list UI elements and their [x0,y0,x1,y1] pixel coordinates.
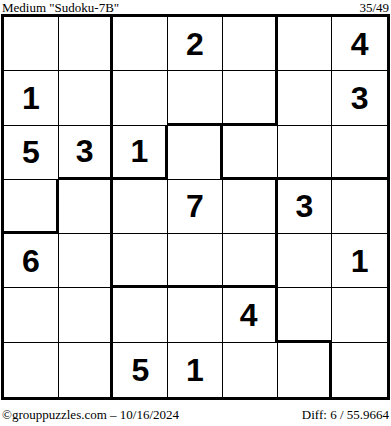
cell-r5c1[interactable]: 6 [4,234,59,288]
given-digit: 1 [130,135,148,167]
cell-r1c7[interactable]: 4 [332,17,387,71]
cell-r4c3[interactable] [113,180,168,234]
sudoku-board: 24135317361451 [1,14,390,400]
cell-r7c3[interactable]: 5 [113,343,168,397]
cell-r6c3[interactable] [113,288,168,342]
cell-r1c4[interactable]: 2 [168,17,223,71]
cell-r3c6[interactable] [278,126,333,180]
cell-r7c6[interactable] [278,343,333,397]
cell-r7c2[interactable] [59,343,114,397]
cell-r3c1[interactable]: 5 [4,126,59,180]
copyright-date: ©grouppuzzles.com – 10/16/2024 [2,408,179,422]
cell-r3c7[interactable] [332,126,387,180]
cell-r2c7[interactable]: 3 [332,71,387,125]
given-digit: 3 [351,82,369,114]
cell-r2c3[interactable] [113,71,168,125]
cell-r6c6[interactable] [278,288,333,342]
cell-r7c5[interactable] [223,343,278,397]
cell-r2c4[interactable] [168,71,223,125]
given-digit: 3 [296,190,314,222]
cell-r6c2[interactable] [59,288,114,342]
cell-r2c1[interactable]: 1 [4,71,59,125]
given-digit: 1 [186,354,204,386]
cell-r4c7[interactable] [332,180,387,234]
footer: ©grouppuzzles.com – 10/16/2024 Diff: 6 /… [0,400,391,422]
cell-r1c6[interactable] [278,17,333,71]
given-digit: 5 [131,354,149,386]
cell-r1c5[interactable] [223,17,278,71]
cell-r7c1[interactable] [4,343,59,397]
cell-r5c7[interactable]: 1 [332,234,387,288]
cell-r2c2[interactable] [59,71,114,125]
cell-r6c7[interactable] [332,288,387,342]
cell-r4c6[interactable]: 3 [278,180,333,234]
cell-r4c4[interactable]: 7 [168,180,223,234]
header: Medium "Sudoku-7B" 35/49 [0,0,391,14]
cell-r3c3[interactable]: 1 [113,126,168,180]
cell-r3c4[interactable] [168,126,223,180]
given-digit: 1 [22,82,40,114]
cell-r5c2[interactable] [59,234,114,288]
given-digit: 7 [186,190,204,222]
cell-r1c2[interactable] [59,17,114,71]
cell-r5c6[interactable] [278,234,333,288]
cell-r1c3[interactable] [113,17,168,71]
cell-r4c5[interactable] [223,180,278,234]
cell-r5c4[interactable] [168,234,223,288]
cell-r6c1[interactable] [4,288,59,342]
cell-r5c3[interactable] [113,234,168,288]
cell-r4c2[interactable] [59,180,114,234]
cell-r3c2[interactable]: 3 [59,126,114,180]
cell-r6c4[interactable] [168,288,223,342]
given-digit: 1 [351,245,369,277]
puzzle-title: Medium "Sudoku-7B" [2,1,119,14]
cell-counter: 35/49 [359,1,389,14]
cell-r5c5[interactable] [223,234,278,288]
cell-r7c4[interactable]: 1 [168,343,223,397]
difficulty-rating: Diff: 6 / 55.9664 [302,408,389,422]
cell-r3c5[interactable] [223,126,278,180]
given-digit: 2 [186,28,204,60]
cell-r2c5[interactable] [223,71,278,125]
given-digit: 6 [22,245,40,277]
cell-r4c1[interactable] [4,180,59,234]
given-digit: 4 [240,299,258,331]
cell-r1c1[interactable] [4,17,59,71]
given-digit: 3 [76,135,94,167]
given-digit: 4 [351,28,369,60]
cell-r7c7[interactable] [332,343,387,397]
given-digit: 5 [22,136,40,168]
cell-r6c5[interactable]: 4 [223,288,278,342]
cell-r2c6[interactable] [278,71,333,125]
